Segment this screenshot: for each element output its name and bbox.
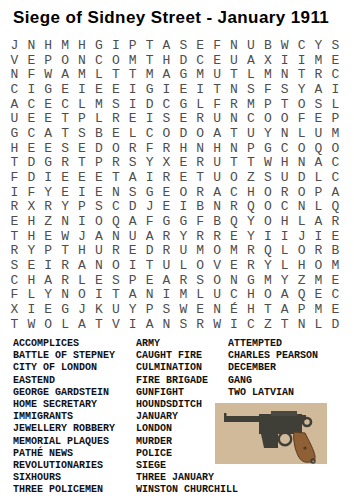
grid-cell[interactable]: G bbox=[6, 126, 23, 141]
grid-cell[interactable]: S bbox=[107, 273, 124, 288]
grid-cell[interactable]: J bbox=[293, 229, 310, 244]
grid-cell[interactable]: D bbox=[23, 155, 40, 170]
grid-cell[interactable]: C bbox=[226, 287, 243, 302]
grid-cell[interactable]: Y bbox=[141, 155, 158, 170]
grid-cell[interactable]: T bbox=[74, 155, 91, 170]
grid-cell[interactable]: H bbox=[74, 243, 91, 258]
grid-cell[interactable]: E bbox=[57, 170, 74, 185]
grid-cell[interactable]: L bbox=[293, 214, 310, 229]
grid-cell[interactable]: E bbox=[40, 141, 57, 156]
grid-cell[interactable]: A bbox=[209, 185, 226, 200]
grid-cell[interactable]: A bbox=[141, 317, 158, 332]
grid-cell[interactable]: N bbox=[293, 199, 310, 214]
grid-cell[interactable]: Y bbox=[242, 214, 259, 229]
grid-cell[interactable]: F bbox=[259, 82, 276, 97]
grid-cell[interactable]: E bbox=[90, 170, 107, 185]
grid-cell[interactable]: N bbox=[276, 126, 293, 141]
grid-cell[interactable]: R bbox=[175, 273, 192, 288]
grid-cell[interactable]: P bbox=[124, 273, 141, 288]
grid-cell[interactable]: M bbox=[259, 273, 276, 288]
grid-cell[interactable]: G bbox=[175, 97, 192, 112]
grid-cell[interactable]: I bbox=[124, 317, 141, 332]
grid-cell[interactable]: R bbox=[310, 243, 327, 258]
grid-cell[interactable]: J bbox=[141, 199, 158, 214]
grid-cell[interactable]: C bbox=[276, 199, 293, 214]
grid-cell[interactable]: E bbox=[23, 53, 40, 68]
grid-cell[interactable]: G bbox=[175, 214, 192, 229]
grid-cell[interactable]: M bbox=[226, 243, 243, 258]
grid-cell[interactable]: A bbox=[242, 53, 259, 68]
grid-cell[interactable]: N bbox=[158, 317, 175, 332]
grid-cell[interactable]: A bbox=[310, 155, 327, 170]
grid-cell[interactable]: T bbox=[107, 67, 124, 82]
grid-cell[interactable]: R bbox=[6, 199, 23, 214]
grid-cell[interactable]: G bbox=[90, 38, 107, 53]
grid-cell[interactable]: H bbox=[242, 287, 259, 302]
grid-cell[interactable]: V bbox=[107, 317, 124, 332]
grid-cell[interactable]: T bbox=[57, 126, 74, 141]
grid-cell[interactable]: E bbox=[192, 38, 209, 53]
grid-cell[interactable]: Y bbox=[293, 82, 310, 97]
grid-cell[interactable]: U bbox=[209, 67, 226, 82]
grid-cell[interactable]: M bbox=[192, 67, 209, 82]
grid-cell[interactable]: Y bbox=[57, 199, 74, 214]
grid-cell[interactable]: R bbox=[57, 273, 74, 288]
grid-cell[interactable]: W bbox=[259, 155, 276, 170]
grid-cell[interactable]: W bbox=[209, 317, 226, 332]
grid-cell[interactable]: A bbox=[276, 302, 293, 317]
grid-cell[interactable]: O bbox=[327, 141, 344, 156]
grid-cell[interactable]: U bbox=[226, 53, 243, 68]
grid-cell[interactable]: A bbox=[276, 287, 293, 302]
grid-cell[interactable]: F bbox=[141, 141, 158, 156]
grid-cell[interactable]: B bbox=[90, 126, 107, 141]
grid-cell[interactable]: L bbox=[310, 199, 327, 214]
grid-cell[interactable]: I bbox=[293, 53, 310, 68]
grid-cell[interactable]: E bbox=[40, 111, 57, 126]
grid-cell[interactable]: P bbox=[74, 199, 91, 214]
grid-cell[interactable]: O bbox=[107, 141, 124, 156]
grid-cell[interactable]: A bbox=[90, 229, 107, 244]
grid-cell[interactable]: Z bbox=[259, 317, 276, 332]
grid-cell[interactable]: T bbox=[276, 97, 293, 112]
grid-cell[interactable]: U bbox=[107, 302, 124, 317]
grid-cell[interactable]: M bbox=[192, 243, 209, 258]
grid-cell[interactable]: C bbox=[6, 82, 23, 97]
grid-cell[interactable]: M bbox=[124, 53, 141, 68]
grid-cell[interactable]: O bbox=[192, 258, 209, 273]
grid-cell[interactable]: T bbox=[141, 53, 158, 68]
grid-cell[interactable]: R bbox=[242, 258, 259, 273]
grid-cell[interactable]: P bbox=[141, 302, 158, 317]
grid-cell[interactable]: E bbox=[141, 273, 158, 288]
grid-cell[interactable]: I bbox=[6, 185, 23, 200]
grid-cell[interactable]: C bbox=[327, 170, 344, 185]
grid-cell[interactable]: I bbox=[310, 229, 327, 244]
grid-cell[interactable]: O bbox=[107, 53, 124, 68]
grid-cell[interactable]: O bbox=[40, 317, 57, 332]
grid-cell[interactable]: P bbox=[242, 141, 259, 156]
grid-cell[interactable]: N bbox=[293, 155, 310, 170]
grid-cell[interactable]: L bbox=[242, 67, 259, 82]
grid-cell[interactable]: I bbox=[175, 199, 192, 214]
grid-cell[interactable]: O bbox=[158, 126, 175, 141]
grid-cell[interactable]: O bbox=[209, 273, 226, 288]
grid-cell[interactable]: C bbox=[23, 97, 40, 112]
grid-cell[interactable]: S bbox=[175, 38, 192, 53]
grid-cell[interactable]: Y bbox=[23, 243, 40, 258]
grid-cell[interactable]: N bbox=[226, 38, 243, 53]
grid-cell[interactable]: S bbox=[158, 302, 175, 317]
grid-cell[interactable]: G bbox=[141, 82, 158, 97]
grid-cell[interactable]: H bbox=[158, 53, 175, 68]
grid-cell[interactable]: Q bbox=[293, 287, 310, 302]
grid-cell[interactable]: H bbox=[276, 155, 293, 170]
grid-cell[interactable]: C bbox=[23, 126, 40, 141]
grid-cell[interactable]: M bbox=[90, 97, 107, 112]
grid-cell[interactable]: U bbox=[242, 38, 259, 53]
grid-cell[interactable]: T bbox=[293, 67, 310, 82]
grid-cell[interactable]: N bbox=[293, 317, 310, 332]
grid-cell[interactable]: M bbox=[327, 126, 344, 141]
grid-cell[interactable]: O bbox=[259, 185, 276, 200]
grid-cell[interactable]: E bbox=[327, 302, 344, 317]
grid-cell[interactable]: Q bbox=[310, 141, 327, 156]
grid-cell[interactable]: L bbox=[57, 317, 74, 332]
grid-cell[interactable]: D bbox=[327, 317, 344, 332]
grid-cell[interactable]: W bbox=[40, 67, 57, 82]
grid-cell[interactable]: T bbox=[90, 317, 107, 332]
grid-cell[interactable]: A bbox=[74, 317, 91, 332]
grid-cell[interactable]: H bbox=[242, 302, 259, 317]
grid-cell[interactable]: G bbox=[57, 302, 74, 317]
grid-cell[interactable]: I bbox=[74, 82, 91, 97]
grid-cell[interactable]: R bbox=[226, 97, 243, 112]
grid-cell[interactable]: A bbox=[158, 38, 175, 53]
grid-cell[interactable]: R bbox=[310, 67, 327, 82]
grid-cell[interactable]: N bbox=[57, 214, 74, 229]
grid-cell[interactable]: U bbox=[310, 126, 327, 141]
grid-cell[interactable]: T bbox=[209, 82, 226, 97]
grid-cell[interactable]: T bbox=[124, 67, 141, 82]
grid-cell[interactable]: D bbox=[141, 243, 158, 258]
grid-cell[interactable]: G bbox=[259, 141, 276, 156]
grid-cell[interactable]: T bbox=[107, 170, 124, 185]
grid-cell[interactable]: S bbox=[6, 258, 23, 273]
grid-cell[interactable]: T bbox=[6, 229, 23, 244]
grid-cell[interactable]: M bbox=[310, 53, 327, 68]
grid-cell[interactable]: G bbox=[141, 185, 158, 200]
grid-cell[interactable]: I bbox=[23, 302, 40, 317]
grid-cell[interactable]: T bbox=[6, 317, 23, 332]
grid-cell[interactable]: K bbox=[90, 302, 107, 317]
grid-cell[interactable]: F bbox=[293, 111, 310, 126]
grid-cell[interactable]: N bbox=[6, 67, 23, 82]
grid-cell[interactable]: Y bbox=[242, 229, 259, 244]
grid-cell[interactable]: Y bbox=[40, 185, 57, 200]
grid-cell[interactable]: E bbox=[124, 111, 141, 126]
grid-cell[interactable]: G bbox=[158, 214, 175, 229]
grid-cell[interactable]: Q bbox=[226, 214, 243, 229]
grid-cell[interactable]: Y bbox=[40, 287, 57, 302]
grid-cell[interactable]: I bbox=[259, 229, 276, 244]
grid-cell[interactable]: E bbox=[310, 287, 327, 302]
grid-cell[interactable]: S bbox=[242, 82, 259, 97]
grid-cell[interactable]: R bbox=[124, 141, 141, 156]
grid-cell[interactable]: T bbox=[192, 170, 209, 185]
grid-cell[interactable]: T bbox=[259, 302, 276, 317]
grid-cell[interactable]: U bbox=[209, 111, 226, 126]
grid-cell[interactable]: R bbox=[192, 317, 209, 332]
grid-cell[interactable]: Z bbox=[40, 214, 57, 229]
grid-cell[interactable]: A bbox=[158, 67, 175, 82]
grid-cell[interactable]: T bbox=[141, 258, 158, 273]
grid-cell[interactable]: X bbox=[23, 199, 40, 214]
grid-cell[interactable]: E bbox=[57, 185, 74, 200]
grid-cell[interactable]: D bbox=[141, 97, 158, 112]
grid-cell[interactable]: E bbox=[74, 170, 91, 185]
grid-cell[interactable]: E bbox=[158, 199, 175, 214]
grid-cell[interactable]: H bbox=[209, 141, 226, 156]
grid-cell[interactable]: E bbox=[40, 302, 57, 317]
grid-cell[interactable]: N bbox=[192, 141, 209, 156]
grid-cell[interactable]: J bbox=[74, 302, 91, 317]
grid-cell[interactable]: R bbox=[158, 243, 175, 258]
grid-cell[interactable]: O bbox=[57, 53, 74, 68]
grid-cell[interactable]: I bbox=[40, 170, 57, 185]
grid-cell[interactable]: R bbox=[57, 258, 74, 273]
grid-cell[interactable]: O bbox=[259, 199, 276, 214]
grid-cell[interactable]: H bbox=[293, 258, 310, 273]
grid-cell[interactable]: O bbox=[226, 170, 243, 185]
grid-cell[interactable]: L bbox=[124, 126, 141, 141]
grid-cell[interactable]: N bbox=[226, 273, 243, 288]
grid-cell[interactable]: E bbox=[90, 82, 107, 97]
grid-cell[interactable]: S bbox=[327, 38, 344, 53]
grid-cell[interactable]: C bbox=[327, 67, 344, 82]
grid-cell[interactable]: Y bbox=[259, 258, 276, 273]
grid-cell[interactable]: C bbox=[192, 53, 209, 68]
grid-cell[interactable]: Z bbox=[242, 170, 259, 185]
grid-cell[interactable]: E bbox=[23, 258, 40, 273]
grid-cell[interactable]: I bbox=[226, 317, 243, 332]
grid-cell[interactable]: C bbox=[107, 199, 124, 214]
grid-cell[interactable]: Y bbox=[276, 273, 293, 288]
grid-cell[interactable]: H bbox=[23, 214, 40, 229]
grid-cell[interactable]: E bbox=[124, 243, 141, 258]
grid-cell[interactable]: M bbox=[242, 97, 259, 112]
grid-cell[interactable]: E bbox=[327, 229, 344, 244]
grid-cell[interactable]: T bbox=[226, 67, 243, 82]
grid-cell[interactable]: U bbox=[90, 243, 107, 258]
grid-cell[interactable]: Y bbox=[175, 229, 192, 244]
grid-cell[interactable]: L bbox=[310, 317, 327, 332]
grid-cell[interactable]: M bbox=[259, 67, 276, 82]
grid-cell[interactable]: R bbox=[242, 243, 259, 258]
grid-cell[interactable]: N bbox=[23, 38, 40, 53]
grid-cell[interactable]: U bbox=[6, 111, 23, 126]
grid-cell[interactable]: M bbox=[57, 38, 74, 53]
grid-cell[interactable]: D bbox=[175, 53, 192, 68]
grid-cell[interactable]: C bbox=[293, 38, 310, 53]
grid-cell[interactable]: P bbox=[293, 302, 310, 317]
grid-cell[interactable]: P bbox=[310, 185, 327, 200]
grid-cell[interactable]: A bbox=[124, 214, 141, 229]
grid-cell[interactable]: D bbox=[175, 126, 192, 141]
grid-cell[interactable]: E bbox=[74, 141, 91, 156]
grid-cell[interactable]: P bbox=[124, 38, 141, 53]
grid-cell[interactable]: R bbox=[209, 229, 226, 244]
grid-cell[interactable]: O bbox=[90, 214, 107, 229]
grid-cell[interactable]: O bbox=[259, 111, 276, 126]
grid-cell[interactable]: Z bbox=[293, 273, 310, 288]
grid-cell[interactable]: R bbox=[158, 170, 175, 185]
grid-cell[interactable]: A bbox=[6, 97, 23, 112]
grid-cell[interactable]: R bbox=[57, 155, 74, 170]
grid-cell[interactable]: T bbox=[226, 155, 243, 170]
grid-cell[interactable]: N bbox=[209, 302, 226, 317]
grid-cell[interactable]: M bbox=[310, 273, 327, 288]
grid-cell[interactable]: N bbox=[90, 258, 107, 273]
grid-cell[interactable]: I bbox=[276, 229, 293, 244]
grid-cell[interactable]: I bbox=[141, 111, 158, 126]
grid-cell[interactable]: S bbox=[192, 273, 209, 288]
grid-cell[interactable]: E bbox=[23, 141, 40, 156]
grid-cell[interactable]: O bbox=[175, 185, 192, 200]
grid-cell[interactable]: O bbox=[293, 97, 310, 112]
grid-cell[interactable]: A bbox=[74, 258, 91, 273]
grid-cell[interactable]: I bbox=[158, 287, 175, 302]
grid-cell[interactable]: I bbox=[74, 214, 91, 229]
grid-cell[interactable]: I bbox=[276, 53, 293, 68]
grid-cell[interactable]: E bbox=[158, 185, 175, 200]
grid-cell[interactable]: L bbox=[310, 170, 327, 185]
grid-cell[interactable]: T bbox=[226, 126, 243, 141]
grid-cell[interactable]: X bbox=[6, 302, 23, 317]
grid-cell[interactable]: L bbox=[276, 258, 293, 273]
grid-cell[interactable]: G bbox=[242, 273, 259, 288]
grid-cell[interactable]: L bbox=[23, 287, 40, 302]
grid-cell[interactable]: R bbox=[226, 199, 243, 214]
grid-cell[interactable]: C bbox=[327, 287, 344, 302]
grid-cell[interactable]: S bbox=[90, 199, 107, 214]
grid-cell[interactable]: A bbox=[57, 67, 74, 82]
grid-cell[interactable]: O bbox=[74, 287, 91, 302]
grid-cell[interactable]: L bbox=[192, 287, 209, 302]
grid-cell[interactable]: A bbox=[40, 126, 57, 141]
grid-cell[interactable]: R bbox=[192, 185, 209, 200]
grid-cell[interactable]: O bbox=[192, 126, 209, 141]
grid-cell[interactable]: W bbox=[23, 317, 40, 332]
grid-cell[interactable]: L bbox=[74, 97, 91, 112]
grid-cell[interactable]: X bbox=[259, 53, 276, 68]
grid-cell[interactable]: M bbox=[175, 287, 192, 302]
grid-cell[interactable]: E bbox=[23, 111, 40, 126]
grid-cell[interactable]: F bbox=[23, 67, 40, 82]
grid-cell[interactable]: F bbox=[209, 38, 226, 53]
grid-cell[interactable]: V bbox=[209, 258, 226, 273]
grid-cell[interactable]: E bbox=[175, 155, 192, 170]
grid-cell[interactable]: E bbox=[327, 273, 344, 288]
grid-cell[interactable]: O bbox=[209, 243, 226, 258]
grid-cell[interactable]: E bbox=[175, 170, 192, 185]
grid-cell[interactable]: C bbox=[6, 273, 23, 288]
grid-cell[interactable]: A bbox=[327, 185, 344, 200]
grid-cell[interactable]: U bbox=[242, 126, 259, 141]
grid-cell[interactable]: G bbox=[175, 67, 192, 82]
grid-cell[interactable]: C bbox=[242, 111, 259, 126]
grid-cell[interactable]: R bbox=[276, 185, 293, 200]
grid-cell[interactable]: O bbox=[293, 141, 310, 156]
grid-cell[interactable]: E bbox=[107, 126, 124, 141]
grid-cell[interactable]: C bbox=[226, 185, 243, 200]
grid-cell[interactable]: G bbox=[40, 82, 57, 97]
grid-cell[interactable]: I bbox=[192, 82, 209, 97]
grid-cell[interactable]: N bbox=[107, 185, 124, 200]
grid-cell[interactable]: I bbox=[327, 82, 344, 97]
grid-cell[interactable]: I bbox=[23, 82, 40, 97]
grid-cell[interactable]: H bbox=[40, 38, 57, 53]
grid-cell[interactable]: I bbox=[124, 258, 141, 273]
grid-cell[interactable]: H bbox=[175, 141, 192, 156]
grid-cell[interactable]: Q bbox=[107, 214, 124, 229]
grid-cell[interactable]: G bbox=[40, 155, 57, 170]
grid-cell[interactable]: F bbox=[6, 170, 23, 185]
grid-cell[interactable]: E bbox=[90, 273, 107, 288]
grid-cell[interactable]: X bbox=[158, 155, 175, 170]
grid-cell[interactable]: S bbox=[310, 97, 327, 112]
grid-cell[interactable]: E bbox=[209, 53, 226, 68]
grid-cell[interactable]: S bbox=[74, 126, 91, 141]
grid-cell[interactable]: O bbox=[107, 258, 124, 273]
grid-cell[interactable]: L bbox=[90, 67, 107, 82]
grid-cell[interactable]: I bbox=[158, 82, 175, 97]
grid-cell[interactable]: L bbox=[293, 126, 310, 141]
grid-cell[interactable]: T bbox=[276, 317, 293, 332]
grid-cell[interactable]: R bbox=[40, 199, 57, 214]
grid-cell[interactable]: O bbox=[293, 243, 310, 258]
grid-cell[interactable]: R bbox=[192, 111, 209, 126]
grid-cell[interactable]: U bbox=[209, 155, 226, 170]
grid-cell[interactable]: I bbox=[74, 185, 91, 200]
grid-cell[interactable]: B bbox=[192, 199, 209, 214]
grid-cell[interactable]: M bbox=[74, 67, 91, 82]
grid-cell[interactable]: L bbox=[74, 273, 91, 288]
grid-cell[interactable]: L bbox=[327, 97, 344, 112]
grid-cell[interactable]: H bbox=[74, 38, 91, 53]
grid-cell[interactable]: I bbox=[40, 258, 57, 273]
grid-cell[interactable]: C bbox=[242, 317, 259, 332]
grid-cell[interactable]: V bbox=[6, 53, 23, 68]
grid-cell[interactable]: E bbox=[310, 111, 327, 126]
grid-cell[interactable]: N bbox=[226, 82, 243, 97]
grid-cell[interactable]: A bbox=[124, 170, 141, 185]
grid-cell[interactable]: F bbox=[23, 185, 40, 200]
grid-cell[interactable]: R bbox=[192, 155, 209, 170]
grid-cell[interactable]: W bbox=[57, 229, 74, 244]
grid-cell[interactable]: O bbox=[259, 287, 276, 302]
grid-cell[interactable]: N bbox=[276, 67, 293, 82]
grid-cell[interactable]: C bbox=[158, 97, 175, 112]
grid-cell[interactable]: A bbox=[209, 126, 226, 141]
grid-cell[interactable]: H bbox=[276, 214, 293, 229]
grid-cell[interactable]: S bbox=[175, 317, 192, 332]
grid-cell[interactable]: U bbox=[276, 170, 293, 185]
grid-cell[interactable]: L bbox=[90, 111, 107, 126]
grid-cell[interactable]: U bbox=[124, 229, 141, 244]
grid-cell[interactable]: N bbox=[57, 287, 74, 302]
grid-cell[interactable]: C bbox=[57, 97, 74, 112]
